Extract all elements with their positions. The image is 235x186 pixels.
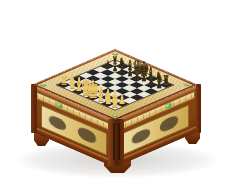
emerald-gem [111,114,117,117]
piece-white-pawn-h2[interactable]: ♟ [119,93,126,106]
corner-post [31,84,37,133]
etched-scene [160,114,177,133]
piece-white-rook-a1[interactable]: ♜ [61,74,68,87]
piece-black-pawn-g7[interactable]: ♟ [148,76,154,87]
emerald-gem [184,83,190,86]
piece-black-pawn-c7[interactable]: ♟ [120,65,125,75]
piece-black-pawn-a7[interactable]: ♟ [105,59,110,68]
etched-scene [132,127,149,145]
piece-white-rook-h1[interactable]: ♜ [111,94,120,110]
emerald-gem [57,102,62,108]
corner-post [108,119,124,166]
piece-black-pawn-f7[interactable]: ♟ [141,73,147,84]
chess-set-photo: ♜♞♝♛♚♝♞♜♟♟♟♟♟♟♟♟♟♟♟♟♟♟♟♟♜♞♝♛♚♝♞♜ [0,0,235,186]
piece-black-rook-h8[interactable]: ♜ [162,74,169,87]
piece-black-pawn-h7[interactable]: ♟ [155,79,161,91]
corner-post [196,84,201,133]
emerald-gem [40,84,46,87]
etched-scene [78,125,96,145]
piece-black-pawn-d7[interactable]: ♟ [127,68,132,78]
piece-black-pawn-b7[interactable]: ♟ [112,62,117,72]
emerald-gem [166,103,171,109]
piece-black-pawn-e7[interactable]: ♟ [134,71,140,82]
etched-scene [49,114,66,132]
